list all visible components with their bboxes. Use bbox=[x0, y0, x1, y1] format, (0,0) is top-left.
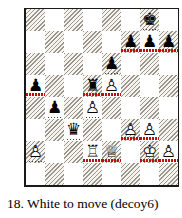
square-d6 bbox=[83, 53, 102, 75]
square-g8: ♚ bbox=[140, 9, 159, 31]
square-d4: ♟♙ bbox=[83, 97, 102, 119]
square-e7 bbox=[102, 31, 121, 53]
square-h4 bbox=[159, 97, 178, 119]
square-f5 bbox=[121, 75, 140, 97]
white-pawn: ♟♙ bbox=[102, 75, 121, 97]
square-g6 bbox=[140, 53, 159, 75]
square-f6 bbox=[121, 53, 140, 75]
black-pawn: ♟ bbox=[102, 53, 121, 75]
square-c4 bbox=[64, 97, 83, 119]
square-h6 bbox=[159, 53, 178, 75]
square-b6 bbox=[45, 53, 64, 75]
black-pawn: ♟ bbox=[45, 97, 64, 119]
square-c6 bbox=[64, 53, 83, 75]
square-d8 bbox=[83, 9, 102, 31]
square-b7 bbox=[45, 31, 64, 53]
square-g1 bbox=[140, 163, 159, 185]
square-a3 bbox=[26, 119, 45, 141]
square-h1 bbox=[159, 163, 178, 185]
white-pawn: ♟♙ bbox=[159, 141, 178, 163]
black-rook: ♜ bbox=[83, 75, 102, 97]
square-b3 bbox=[45, 119, 64, 141]
diagram-caption: 18. White to move (decoy6) bbox=[7, 196, 159, 212]
square-e5: ♟♙ bbox=[102, 75, 121, 97]
square-g2: ♚♔ bbox=[140, 141, 159, 163]
square-f4 bbox=[121, 97, 140, 119]
white-queen: ♛♕ bbox=[102, 141, 121, 163]
square-b1 bbox=[45, 163, 64, 185]
square-g7: ♟ bbox=[140, 31, 159, 53]
square-e4 bbox=[102, 97, 121, 119]
square-d7 bbox=[83, 31, 102, 53]
square-c8 bbox=[64, 9, 83, 31]
white-rook: ♜♖ bbox=[83, 141, 102, 163]
square-c1 bbox=[64, 163, 83, 185]
square-a2: ♟♙ bbox=[26, 141, 45, 163]
square-f2 bbox=[121, 141, 140, 163]
black-pawn: ♟ bbox=[26, 75, 45, 97]
square-a8 bbox=[26, 9, 45, 31]
square-h3 bbox=[159, 119, 178, 141]
square-g3: ♟♙ bbox=[140, 119, 159, 141]
square-h8 bbox=[159, 9, 178, 31]
square-a1 bbox=[26, 163, 45, 185]
square-c2 bbox=[64, 141, 83, 163]
square-f7: ♟ bbox=[121, 31, 140, 53]
black-pawn: ♟ bbox=[159, 31, 178, 53]
square-b2 bbox=[45, 141, 64, 163]
square-d2: ♜♖ bbox=[83, 141, 102, 163]
square-g4 bbox=[140, 97, 159, 119]
chess-board: ♚♟♟♟♟♟♜♟♙♟♟♙♛♟♙♟♙♟♙♜♖♛♕♚♔♟♙ bbox=[24, 8, 179, 187]
square-a7 bbox=[26, 31, 45, 53]
square-e3 bbox=[102, 119, 121, 141]
square-e2: ♛♕ bbox=[102, 141, 121, 163]
square-c7 bbox=[64, 31, 83, 53]
square-a4 bbox=[26, 97, 45, 119]
square-c5 bbox=[64, 75, 83, 97]
square-d1 bbox=[83, 163, 102, 185]
square-f3: ♟♙ bbox=[121, 119, 140, 141]
square-a5: ♟ bbox=[26, 75, 45, 97]
black-pawn: ♟ bbox=[140, 31, 159, 53]
white-pawn: ♟♙ bbox=[26, 141, 45, 163]
square-f8 bbox=[121, 9, 140, 31]
square-e6: ♟ bbox=[102, 53, 121, 75]
square-e1 bbox=[102, 163, 121, 185]
square-f1 bbox=[121, 163, 140, 185]
square-b5 bbox=[45, 75, 64, 97]
square-h7: ♟ bbox=[159, 31, 178, 53]
square-b4: ♟ bbox=[45, 97, 64, 119]
square-h5 bbox=[159, 75, 178, 97]
black-pawn: ♟ bbox=[121, 31, 140, 53]
black-queen: ♛ bbox=[64, 119, 83, 141]
square-c3: ♛ bbox=[64, 119, 83, 141]
square-h2: ♟♙ bbox=[159, 141, 178, 163]
square-a6 bbox=[26, 53, 45, 75]
square-b8 bbox=[45, 9, 64, 31]
square-e8 bbox=[102, 9, 121, 31]
square-g5 bbox=[140, 75, 159, 97]
white-pawn: ♟♙ bbox=[121, 119, 140, 141]
white-king: ♚♔ bbox=[140, 141, 159, 163]
white-pawn: ♟♙ bbox=[83, 97, 102, 119]
white-pawn: ♟♙ bbox=[140, 119, 159, 141]
black-king: ♚ bbox=[140, 9, 159, 31]
square-d3 bbox=[83, 119, 102, 141]
square-d5: ♜ bbox=[83, 75, 102, 97]
